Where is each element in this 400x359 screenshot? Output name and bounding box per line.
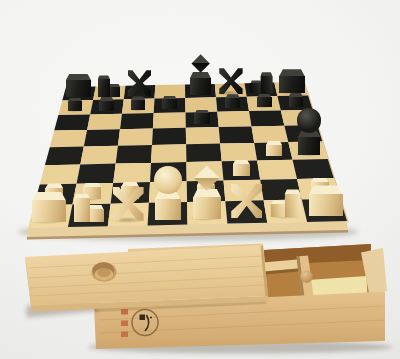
finger-recess-center: [97, 268, 111, 277]
red-stamp-mark: [121, 321, 128, 327]
red-stamp-mark: [121, 309, 128, 315]
maker-stamp-dot: [150, 317, 152, 319]
maker-stamp-mark: [140, 315, 146, 321]
red-stamp-mark: [121, 332, 128, 338]
storage-box: [0, 0, 400, 359]
photo-scene: [0, 0, 400, 359]
box-lid-top: [25, 245, 268, 306]
divider-dowel-peg: [300, 270, 313, 283]
